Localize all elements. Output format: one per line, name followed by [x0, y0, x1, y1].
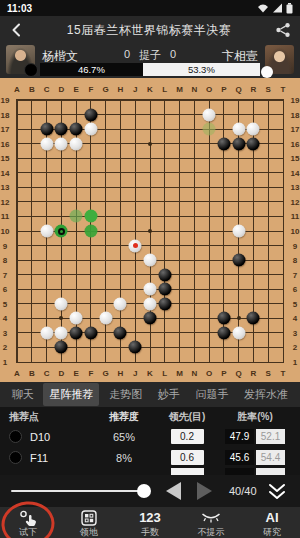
star-point: [237, 316, 241, 320]
column-label: H: [118, 85, 124, 94]
toolbar-item-不提示[interactable]: 不提示: [196, 510, 226, 538]
row-label: 4: [293, 314, 297, 323]
column-label: D: [58, 85, 64, 94]
row-label: 2: [3, 343, 7, 352]
row-label: 13: [291, 183, 300, 192]
territory-icon: [81, 510, 97, 525]
white-stone: [84, 123, 97, 136]
toolbar-item-领地[interactable]: 领地: [74, 510, 104, 538]
column-label: L: [162, 369, 167, 378]
last-move-wrap: [129, 239, 142, 252]
row-label: 6: [3, 285, 7, 294]
column-label: S: [266, 85, 271, 94]
black-stone-dot-icon: [9, 430, 22, 443]
row-label: 12: [1, 197, 10, 206]
no-hint-eye-icon: [200, 510, 222, 525]
black-stone: [70, 326, 83, 339]
black-stone: [84, 108, 97, 121]
status-bar: 11:03: [0, 0, 300, 16]
row-label: 13: [1, 183, 10, 192]
ai-hint-marker[interactable]: [84, 225, 97, 238]
black-stone: [144, 312, 157, 325]
black-winrate-value: 45.6: [225, 450, 254, 465]
column-label: D: [58, 369, 64, 378]
grid-line: [179, 100, 180, 362]
column-label: O: [206, 85, 212, 94]
tab-发挥水准[interactable]: 发挥水准: [238, 383, 294, 406]
status-icons: [257, 3, 293, 14]
try-move-icon: [19, 510, 38, 525]
column-label: G: [103, 369, 109, 378]
signal-icon: [272, 3, 283, 13]
col-header-winrate: 胜率(%): [225, 410, 285, 424]
row-label: 9: [3, 241, 7, 250]
column-label: C: [44, 85, 50, 94]
row-label: 19: [291, 96, 300, 105]
slider-knob[interactable]: [137, 484, 151, 498]
move-number-icon: 123: [139, 510, 161, 525]
row-label: 19: [1, 96, 10, 105]
white-stone: [40, 225, 53, 238]
move-slider[interactable]: [11, 484, 151, 498]
tab-星阵推荐[interactable]: 星阵推荐: [43, 383, 99, 406]
column-label: H: [118, 369, 124, 378]
row-label: 2: [293, 343, 297, 352]
white-stone: [144, 297, 157, 310]
column-label: E: [73, 369, 78, 378]
point-name: D10: [30, 431, 50, 443]
board-grid: AA1919BB1818CC1717DD1616EE1515FF1414GG13…: [16, 99, 284, 363]
cell-lead: 0.2: [154, 429, 220, 444]
column-label: M: [176, 85, 183, 94]
col-header-point: 推荐点: [0, 410, 94, 424]
back-icon[interactable]: [9, 22, 23, 38]
row-label: 11: [1, 212, 9, 221]
white-winrate-value: 54.4: [256, 450, 285, 465]
column-label: Q: [236, 369, 242, 378]
cell-winrate: 47.952.1: [225, 429, 285, 444]
black-stone: [84, 326, 97, 339]
column-label: C: [44, 369, 50, 378]
go-board[interactable]: AA1919BB1818CC1717DD1616EE1515FF1414GG13…: [0, 78, 300, 382]
row-label: 10: [1, 227, 10, 236]
grid-line: [164, 100, 165, 362]
collapse-panel-button[interactable]: [265, 483, 289, 500]
white-stone: [247, 123, 260, 136]
grid-line: [17, 245, 283, 246]
bottom-toolbar: 试下领地123手数不提示AI研究: [0, 507, 300, 538]
black-stone: [232, 254, 245, 267]
column-label: R: [251, 85, 257, 94]
row-label: 10: [291, 227, 300, 236]
toolbar-label: 领地: [80, 526, 98, 538]
row-label: 3: [3, 328, 7, 337]
table-header: 推荐点 推荐度 领先(目) 胜率(%): [0, 407, 300, 426]
white-stone: [203, 108, 216, 121]
white-stone: [40, 326, 53, 339]
black-stone-dot-icon: [9, 451, 22, 464]
black-winrate-segment: 46.7%: [40, 63, 143, 76]
column-label: T: [281, 369, 286, 378]
column-label: J: [133, 85, 137, 94]
black-stone: [247, 137, 260, 150]
black-captures: 0: [124, 48, 130, 63]
row-label: 5: [3, 299, 7, 308]
row-label: 1: [3, 358, 7, 367]
analysis-tabs: 聊天星阵推荐走势图妙手问题手发挥水准: [0, 382, 300, 407]
cell-point: D10: [0, 430, 94, 443]
white-stone: [55, 297, 68, 310]
lead-value: 0.2: [171, 429, 204, 444]
grid-line: [194, 100, 195, 362]
black-stone: [70, 123, 83, 136]
row-label: 14: [291, 168, 300, 177]
column-label: Q: [236, 85, 242, 94]
column-label: O: [206, 369, 212, 378]
row-label: 12: [291, 197, 300, 206]
row-label: 4: [3, 314, 7, 323]
white-stone: [55, 137, 68, 150]
move-counter: 40/40: [229, 485, 257, 497]
tab-聊天[interactable]: 聊天: [6, 383, 40, 406]
toolbar-item-手数[interactable]: 123手数: [135, 510, 165, 538]
toolbar-label: 研究: [263, 526, 281, 538]
black-stone: [40, 123, 53, 136]
row-label: 3: [293, 328, 297, 337]
column-label: N: [191, 369, 197, 378]
cell-degree: 8%: [94, 452, 154, 464]
column-label: L: [162, 85, 167, 94]
white-stone: [40, 137, 53, 150]
column-label: F: [88, 85, 93, 94]
row-label: 11: [291, 212, 299, 221]
row-label: 16: [291, 139, 300, 148]
black-stone: [114, 326, 127, 339]
black-stone: [158, 283, 171, 296]
column-label: G: [103, 85, 109, 94]
previous-move-button[interactable]: [166, 482, 181, 500]
share-icon[interactable]: [275, 22, 291, 38]
grid-line: [268, 100, 269, 362]
white-stone-badge: [261, 66, 273, 78]
column-label: S: [266, 369, 271, 378]
white-stone: [232, 225, 245, 238]
black-winrate-value: 47.9: [225, 429, 254, 444]
column-label: T: [281, 85, 286, 94]
column-label: A: [14, 369, 20, 378]
toolbar-label: 手数: [141, 526, 159, 538]
row-label: 18: [291, 110, 300, 119]
column-label: P: [221, 369, 226, 378]
white-stone: [70, 312, 83, 325]
grid-line: [17, 362, 283, 363]
cell-degree: 65%: [94, 431, 154, 443]
tab-走势图[interactable]: 走势图: [103, 383, 148, 406]
white-stone: [99, 312, 112, 325]
row-label: 18: [1, 110, 10, 119]
table-row[interactable]: D1065%0.247.952.1: [0, 426, 300, 447]
row-label: 7: [3, 270, 7, 279]
star-point: [148, 142, 152, 146]
white-stone: [114, 297, 127, 310]
white-winrate-value: 52.1: [256, 429, 285, 444]
star-point: [59, 316, 63, 320]
toolbar-label: 试下: [19, 526, 37, 538]
black-stone: [217, 137, 230, 150]
white-captures: 0: [170, 48, 176, 63]
column-label: F: [88, 369, 93, 378]
black-stone: [158, 268, 171, 281]
top-choice-ring: [58, 228, 65, 235]
col-header-lead: 领先(目): [154, 410, 220, 424]
black-stone: [129, 341, 142, 354]
white-stone: [70, 137, 83, 150]
column-label: B: [29, 369, 35, 378]
grid-line: [209, 100, 210, 362]
column-label: R: [251, 369, 257, 378]
row-label: 16: [1, 139, 10, 148]
tab-问题手[interactable]: 问题手: [189, 383, 234, 406]
wifi-icon: [257, 3, 269, 13]
white-stone: [144, 254, 157, 267]
col-header-degree: 推荐度: [94, 410, 154, 424]
cell-point: F11: [0, 451, 94, 464]
clock: 11:03: [7, 3, 32, 14]
table-row[interactable]: F118%0.645.654.4: [0, 447, 300, 468]
move-navigation: 40/40: [0, 475, 300, 507]
next-move-button[interactable]: [197, 482, 212, 500]
grid-line: [17, 274, 283, 275]
black-stone: [158, 297, 171, 310]
black-stone-badge: [24, 63, 38, 77]
black-stone: [55, 123, 68, 136]
column-label: M: [176, 369, 183, 378]
title-bar: 15届春兰杯世界锦标赛半决赛: [0, 16, 300, 44]
toolbar-label: 不提示: [198, 526, 225, 538]
tab-妙手[interactable]: 妙手: [152, 383, 186, 406]
captures-counter: 0 提子 0: [0, 48, 300, 63]
black-stone: [55, 341, 68, 354]
cell-lead: 0.6: [154, 450, 220, 465]
row-label: 7: [293, 270, 297, 279]
row-label: 15: [291, 154, 300, 163]
recommendation-table: 推荐点 推荐度 领先(目) 胜率(%) D1065%0.247.952.1F11…: [0, 407, 300, 475]
black-stone: [217, 312, 230, 325]
toolbar-item-试下[interactable]: 试下: [13, 510, 43, 538]
row-label: 6: [293, 285, 297, 294]
slider-track: [11, 490, 149, 492]
ai-hint-marker[interactable]: [55, 225, 68, 238]
winrate-bar: 46.7% 53.3%: [40, 63, 260, 76]
column-label: P: [221, 85, 226, 94]
row-label: 17: [1, 125, 10, 134]
white-winrate-segment: 53.3%: [143, 63, 260, 76]
captures-label: 提子: [139, 48, 161, 63]
column-label: A: [14, 85, 20, 94]
ai-hint-marker[interactable]: [70, 210, 83, 223]
row-label: 8: [293, 256, 297, 265]
row-label: 14: [1, 168, 10, 177]
row-label: 17: [291, 125, 300, 134]
battery-icon: [286, 3, 293, 14]
point-name: F11: [30, 452, 48, 464]
column-label: N: [191, 85, 197, 94]
column-label: J: [133, 369, 137, 378]
ai-hint-marker[interactable]: [203, 123, 216, 136]
row-label: 8: [3, 256, 7, 265]
black-stone: [232, 137, 245, 150]
grid-line: [283, 100, 284, 362]
star-point: [148, 229, 152, 233]
go-app-screen: 11:03 15届春兰杯世界锦标赛半决赛 杨楷文 卞相壹 0 提子 0 46.7…: [0, 0, 300, 538]
lead-value: 0.6: [171, 450, 204, 465]
column-label: B: [29, 85, 35, 94]
row-label: 15: [1, 154, 10, 163]
row-label: 1: [293, 358, 297, 367]
white-stone: [144, 283, 157, 296]
last-move-marker: [133, 243, 138, 248]
table-row-partial: [0, 468, 300, 475]
column-label: K: [147, 369, 153, 378]
ai-hint-marker[interactable]: [84, 210, 97, 223]
row-label: 9: [293, 241, 297, 250]
page-title: 15届春兰杯世界锦标赛半决赛: [23, 22, 275, 39]
ai-icon: AI: [266, 510, 279, 525]
toolbar-item-研究[interactable]: AI研究: [257, 510, 287, 538]
column-label: K: [147, 85, 153, 94]
black-stone: [247, 312, 260, 325]
white-stone: [232, 123, 245, 136]
white-stone: [232, 326, 245, 339]
row-label: 5: [293, 299, 297, 308]
white-stone: [55, 326, 68, 339]
black-stone: [217, 326, 230, 339]
cell-winrate: 45.654.4: [225, 450, 285, 465]
player-bar: 杨楷文 卞相壹 0 提子 0 46.7% 53.3%: [0, 44, 300, 78]
column-label: E: [73, 85, 78, 94]
